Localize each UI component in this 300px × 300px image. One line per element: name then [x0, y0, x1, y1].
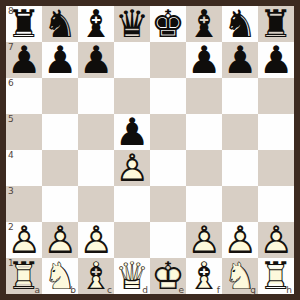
white-rook-outline-icon: ♖ [258, 258, 294, 294]
square-c6[interactable] [78, 78, 114, 114]
square-b1[interactable]: b♞♘ [42, 258, 78, 294]
square-c8[interactable]: ♝ [78, 6, 114, 42]
square-e7[interactable] [150, 42, 186, 78]
square-a8[interactable]: 8♜ [6, 6, 42, 42]
square-b4[interactable] [42, 150, 78, 186]
piece-black-pawn-f7[interactable]: ♟ [186, 42, 222, 78]
square-f3[interactable] [186, 186, 222, 222]
square-d6[interactable] [114, 78, 150, 114]
piece-white-pawn-c2[interactable]: ♟♙ [78, 222, 114, 258]
piece-black-pawn-d5[interactable]: ♟ [114, 114, 150, 150]
square-a3[interactable]: 3 [6, 186, 42, 222]
black-king-icon: ♚ [150, 6, 186, 42]
square-f6[interactable] [186, 78, 222, 114]
rank-label-6: 6 [8, 78, 14, 88]
piece-white-rook-a1[interactable]: ♜♖ [6, 258, 42, 294]
piece-black-pawn-g7[interactable]: ♟ [222, 42, 258, 78]
square-h7[interactable]: ♟ [258, 42, 294, 78]
black-pawn-icon: ♟ [258, 42, 294, 78]
square-e3[interactable] [150, 186, 186, 222]
square-e1[interactable]: e♚♔ [150, 258, 186, 294]
black-rook-icon: ♜ [6, 6, 42, 42]
white-rook-outline-icon: ♖ [6, 258, 42, 294]
piece-black-pawn-c7[interactable]: ♟ [78, 42, 114, 78]
square-f4[interactable] [186, 150, 222, 186]
black-pawn-icon: ♟ [222, 42, 258, 78]
square-g8[interactable]: ♞ [222, 6, 258, 42]
square-f2[interactable]: ♟♙ [186, 222, 222, 258]
square-g3[interactable] [222, 186, 258, 222]
piece-white-pawn-f2[interactable]: ♟♙ [186, 222, 222, 258]
white-bishop-outline-icon: ♗ [78, 258, 114, 294]
piece-black-pawn-a7[interactable]: ♟ [6, 42, 42, 78]
piece-black-knight-b8[interactable]: ♞ [42, 6, 78, 42]
piece-black-rook-h8[interactable]: ♜ [258, 6, 294, 42]
white-pawn-outline-icon: ♙ [42, 222, 78, 258]
square-g5[interactable] [222, 114, 258, 150]
square-h3[interactable] [258, 186, 294, 222]
square-b2[interactable]: ♟♙ [42, 222, 78, 258]
square-e6[interactable] [150, 78, 186, 114]
square-f1[interactable]: f♝♗ [186, 258, 222, 294]
square-b8[interactable]: ♞ [42, 6, 78, 42]
black-knight-icon: ♞ [222, 6, 258, 42]
square-e4[interactable] [150, 150, 186, 186]
black-bishop-icon: ♝ [186, 6, 222, 42]
square-g1[interactable]: g♞♘ [222, 258, 258, 294]
piece-black-knight-g8[interactable]: ♞ [222, 6, 258, 42]
square-g4[interactable] [222, 150, 258, 186]
white-pawn-outline-icon: ♙ [222, 222, 258, 258]
rank-label-4: 4 [8, 150, 14, 160]
black-knight-icon: ♞ [42, 6, 78, 42]
black-queen-icon: ♛ [114, 6, 150, 42]
square-b5[interactable] [42, 114, 78, 150]
chess-board[interactable]: 8♜♞♝♛♚♝♞♜7♟♟♟♟♟♟65♟4♟♙32♟♙♟♙♟♙♟♙♟♙♟♙1a♜♖… [6, 6, 294, 294]
piece-black-king-e8[interactable]: ♚ [150, 6, 186, 42]
square-a1[interactable]: 1a♜♖ [6, 258, 42, 294]
square-d8[interactable]: ♛ [114, 6, 150, 42]
square-a7[interactable]: 7♟ [6, 42, 42, 78]
square-c7[interactable]: ♟ [78, 42, 114, 78]
white-knight-outline-icon: ♘ [42, 258, 78, 294]
square-g2[interactable]: ♟♙ [222, 222, 258, 258]
square-h8[interactable]: ♜ [258, 6, 294, 42]
piece-black-rook-a8[interactable]: ♜ [6, 6, 42, 42]
square-f5[interactable] [186, 114, 222, 150]
square-d2[interactable] [114, 222, 150, 258]
black-pawn-icon: ♟ [186, 42, 222, 78]
white-pawn-outline-icon: ♙ [6, 222, 42, 258]
square-f7[interactable]: ♟ [186, 42, 222, 78]
white-pawn-outline-icon: ♙ [114, 150, 150, 186]
square-b7[interactable]: ♟ [42, 42, 78, 78]
piece-white-pawn-d4[interactable]: ♟♙ [114, 150, 150, 186]
black-pawn-icon: ♟ [42, 42, 78, 78]
square-a5[interactable]: 5 [6, 114, 42, 150]
square-f8[interactable]: ♝ [186, 6, 222, 42]
square-e8[interactable]: ♚ [150, 6, 186, 42]
square-d1[interactable]: d♛♕ [114, 258, 150, 294]
square-a4[interactable]: 4 [6, 150, 42, 186]
piece-white-knight-b1[interactable]: ♞♘ [42, 258, 78, 294]
square-c1[interactable]: c♝♗ [78, 258, 114, 294]
chessboard-widget: 8♜♞♝♛♚♝♞♜7♟♟♟♟♟♟65♟4♟♙32♟♙♟♙♟♙♟♙♟♙♟♙1a♜♖… [0, 0, 300, 300]
square-e5[interactable] [150, 114, 186, 150]
square-b3[interactable] [42, 186, 78, 222]
square-h1[interactable]: h♜♖ [258, 258, 294, 294]
white-pawn-outline-icon: ♙ [258, 222, 294, 258]
piece-black-bishop-c8[interactable]: ♝ [78, 6, 114, 42]
square-h4[interactable] [258, 150, 294, 186]
white-bishop-outline-icon: ♗ [186, 258, 222, 294]
piece-white-rook-h1[interactable]: ♜♖ [258, 258, 294, 294]
black-pawn-icon: ♟ [114, 114, 150, 150]
square-g6[interactable] [222, 78, 258, 114]
white-king-outline-icon: ♔ [150, 258, 186, 294]
piece-white-pawn-h2[interactable]: ♟♙ [258, 222, 294, 258]
square-g7[interactable]: ♟ [222, 42, 258, 78]
piece-black-queen-d8[interactable]: ♛ [114, 6, 150, 42]
square-a6[interactable]: 6 [6, 78, 42, 114]
piece-white-pawn-b2[interactable]: ♟♙ [42, 222, 78, 258]
square-c2[interactable]: ♟♙ [78, 222, 114, 258]
square-a2[interactable]: 2♟♙ [6, 222, 42, 258]
white-pawn-outline-icon: ♙ [186, 222, 222, 258]
piece-white-pawn-g2[interactable]: ♟♙ [222, 222, 258, 258]
square-b6[interactable] [42, 78, 78, 114]
square-c4[interactable] [78, 150, 114, 186]
black-bishop-icon: ♝ [78, 6, 114, 42]
square-h5[interactable] [258, 114, 294, 150]
black-pawn-icon: ♟ [6, 42, 42, 78]
square-d4[interactable]: ♟♙ [114, 150, 150, 186]
white-pawn-outline-icon: ♙ [78, 222, 114, 258]
square-d5[interactable]: ♟ [114, 114, 150, 150]
square-d7[interactable] [114, 42, 150, 78]
piece-black-pawn-b7[interactable]: ♟ [42, 42, 78, 78]
white-knight-outline-icon: ♘ [222, 258, 258, 294]
piece-white-king-e1[interactable]: ♚♔ [150, 258, 186, 294]
square-e2[interactable] [150, 222, 186, 258]
black-pawn-icon: ♟ [78, 42, 114, 78]
piece-black-bishop-f8[interactable]: ♝ [186, 6, 222, 42]
rank-label-3: 3 [8, 186, 14, 196]
white-queen-outline-icon: ♕ [114, 258, 150, 294]
piece-black-pawn-h7[interactable]: ♟ [258, 42, 294, 78]
piece-white-queen-d1[interactable]: ♛♕ [114, 258, 150, 294]
square-h2[interactable]: ♟♙ [258, 222, 294, 258]
piece-white-bishop-f1[interactable]: ♝♗ [186, 258, 222, 294]
black-rook-icon: ♜ [258, 6, 294, 42]
piece-white-knight-g1[interactable]: ♞♘ [222, 258, 258, 294]
square-c5[interactable] [78, 114, 114, 150]
square-d3[interactable] [114, 186, 150, 222]
piece-white-bishop-c1[interactable]: ♝♗ [78, 258, 114, 294]
rank-label-5: 5 [8, 114, 14, 124]
piece-white-pawn-a2[interactable]: ♟♙ [6, 222, 42, 258]
square-c3[interactable] [78, 186, 114, 222]
square-h6[interactable] [258, 78, 294, 114]
